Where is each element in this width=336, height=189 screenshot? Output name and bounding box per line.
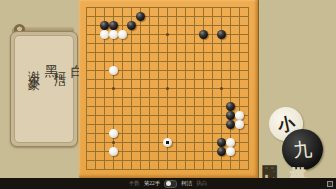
black-stone (226, 111, 235, 120)
go-board[interactable] (79, 0, 259, 178)
status-right-muted: 执白 (196, 181, 207, 187)
app-window: 白 柯洁 黑 谢尔豪 小 九 围 棋 手数 第22手 柯洁 执白 (0, 0, 336, 189)
white-stone (100, 30, 109, 39)
scroll-parchment: 白 柯洁 黑 谢尔豪 (14, 35, 74, 143)
white-stone (235, 111, 244, 120)
turn-indicator-toggle[interactable] (164, 180, 177, 188)
white-stone (226, 138, 235, 147)
black-player-column: 黑 谢尔豪 (25, 54, 60, 73)
white-stone (235, 120, 244, 129)
black-stone (226, 120, 235, 129)
scroll-body: 白 柯洁 黑 谢尔豪 (10, 31, 78, 147)
black-player-name: 谢尔豪 (25, 61, 42, 73)
black-stone (109, 21, 118, 30)
white-stone (109, 66, 118, 75)
white-stone (109, 147, 118, 156)
black-stone (217, 138, 226, 147)
white-stone (163, 138, 172, 147)
black-label: 黑 (44, 54, 59, 56)
black-stone (136, 12, 145, 21)
status-left-muted: 手数 (129, 181, 140, 187)
black-stone (217, 147, 226, 156)
black-stone (199, 30, 208, 39)
logo-char-nine: 九 (292, 136, 314, 164)
status-bar: 手数 第22手 柯洁 执白 (0, 178, 336, 189)
last-move-marker (166, 141, 169, 144)
status-player: 柯洁 (181, 181, 192, 187)
stones-layer (82, 3, 253, 174)
black-stone (100, 21, 109, 30)
fullscreen-icon[interactable] (327, 181, 333, 187)
black-stone (127, 21, 136, 30)
white-stone (109, 30, 118, 39)
black-stone (226, 102, 235, 111)
logo-black-stone: 九 (282, 129, 323, 170)
black-stone (217, 30, 226, 39)
white-stone (226, 147, 235, 156)
move-counter: 第22手 (144, 181, 161, 187)
player-panel-scroll: 白 柯洁 黑 谢尔豪 (10, 25, 76, 145)
white-stone (109, 129, 118, 138)
white-stone (118, 30, 127, 39)
